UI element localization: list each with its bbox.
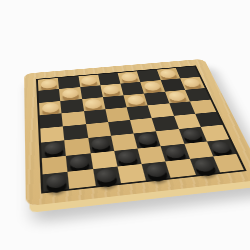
black-checker: [44, 142, 63, 155]
square-r8c2: [68, 169, 96, 189]
natural-wood-checker: [103, 85, 121, 95]
board-grid: [36, 65, 247, 193]
black-checker: [164, 145, 186, 159]
checkers-board: [24, 59, 250, 206]
black-checker: [46, 173, 67, 188]
square-r8c3: [93, 166, 121, 186]
black-checker: [91, 138, 111, 151]
black-checker: [69, 155, 89, 169]
natural-wood-checker: [143, 82, 161, 92]
natural-wood-checker: [183, 78, 202, 88]
black-checker: [193, 158, 216, 172]
natural-wood-checker: [120, 73, 137, 82]
black-checker: [96, 168, 117, 183]
natural-wood-checker: [159, 69, 177, 78]
natural-wood-checker: [62, 89, 79, 99]
product-photo-stage: [0, 0, 250, 250]
black-checker: [145, 163, 167, 178]
square-r8c1: [43, 172, 70, 192]
black-checker: [137, 133, 158, 146]
black-checker: [210, 141, 233, 154]
natural-wood-checker: [167, 91, 186, 101]
natural-wood-checker: [84, 98, 102, 109]
natural-wood-checker: [81, 76, 98, 86]
black-checker: [117, 150, 138, 164]
natural-wood-checker: [40, 79, 56, 89]
black-checker: [182, 129, 203, 142]
natural-wood-checker: [126, 95, 145, 106]
natural-wood-checker: [42, 102, 59, 113]
